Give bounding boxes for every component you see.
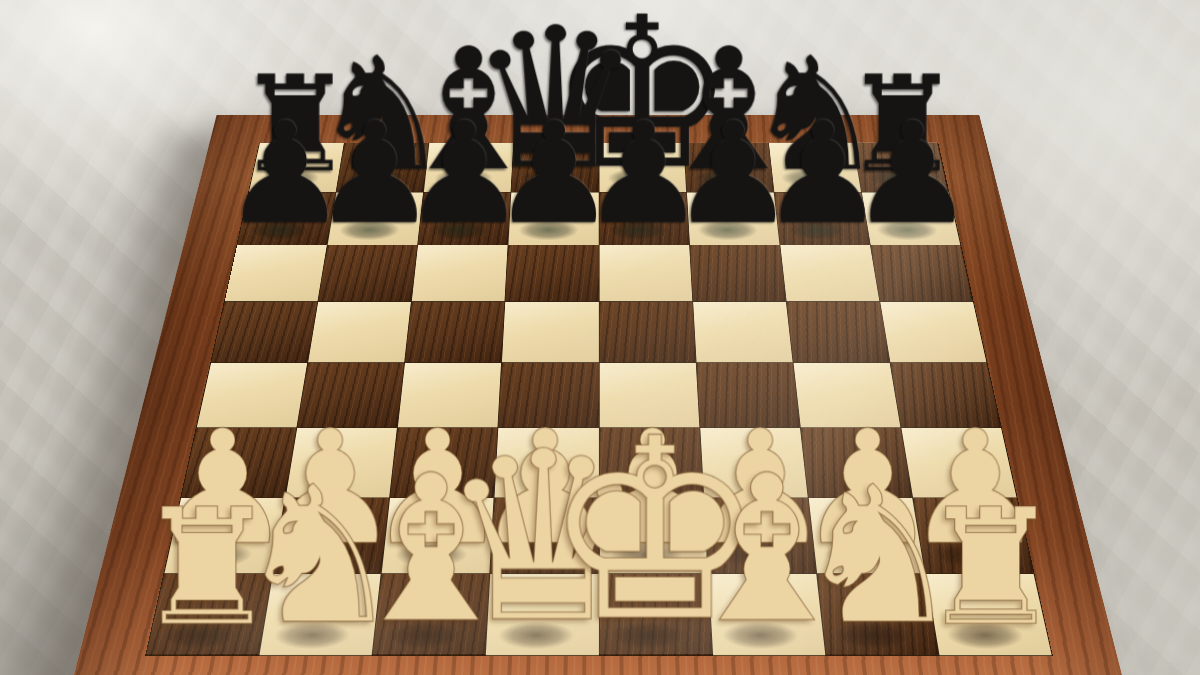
photo-canvas: ♜♞♝♛♚♝♞♜♟♟♟♟♟♟♟♟♟♟♟♟♟♟♟♟♜♞♝♛♚♝♞♜ [0,0,1200,675]
square-g5[interactable] [787,302,890,362]
board-squares: ♜♞♝♛♚♝♞♜♟♟♟♟♟♟♟♟♟♟♟♟♟♟♟♟♜♞♝♛♚♝♞♜ [145,143,1053,656]
square-a6[interactable] [225,245,327,301]
square-h5[interactable] [880,302,986,362]
square-f5[interactable] [693,302,793,362]
square-g6[interactable] [780,245,879,301]
square-d5[interactable] [502,302,598,362]
square-e5[interactable] [599,302,695,362]
scene: ♜♞♝♛♚♝♞♜♟♟♟♟♟♟♟♟♟♟♟♟♟♟♟♟♜♞♝♛♚♝♞♜ [0,0,1200,675]
square-h6[interactable] [871,245,973,301]
square-h1[interactable]: ♜ [926,574,1052,656]
square-c6[interactable] [412,245,508,301]
white-queen[interactable]: ♛ [438,441,648,633]
square-a1[interactable]: ♜ [146,574,272,656]
square-f1[interactable]: ♝ [708,574,825,656]
white-bishop[interactable]: ♝ [676,467,858,633]
square-e6[interactable] [599,245,692,301]
white-rook[interactable]: ♜ [135,502,279,633]
black-pawn[interactable]: ♟ [850,116,976,231]
square-a5[interactable] [211,302,317,362]
square-d1[interactable]: ♛ [486,574,598,656]
square-b6[interactable] [318,245,417,301]
square-f6[interactable] [690,245,786,301]
square-b5[interactable] [308,302,411,362]
white-rook[interactable]: ♜ [919,502,1063,633]
square-h7[interactable]: ♟ [862,193,960,245]
chess-board: ♜♞♝♛♚♝♞♜♟♟♟♟♟♟♟♟♟♟♟♟♟♟♟♟♜♞♝♛♚♝♞♜ [66,115,1130,675]
square-c5[interactable] [405,302,504,362]
square-d6[interactable] [506,245,599,301]
